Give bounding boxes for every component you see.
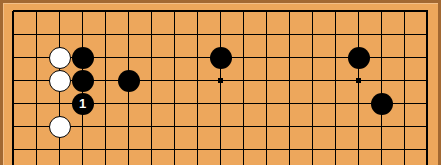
- grid-line-v: [105, 23, 106, 46]
- grid-line-v: [289, 138, 290, 161]
- board-intersection[interactable]: [117, 46, 140, 69]
- grid-line-v: [105, 115, 106, 138]
- board-intersection[interactable]: [48, 23, 71, 46]
- grid-line-v: [289, 23, 290, 46]
- grid-line-v: [12, 92, 14, 115]
- grid-line-v: [220, 161, 221, 165]
- board-intersection[interactable]: [324, 115, 347, 138]
- board-intersection[interactable]: [48, 69, 71, 92]
- board-intersection[interactable]: [278, 69, 301, 92]
- board-intersection[interactable]: [117, 161, 140, 165]
- board-intersection[interactable]: [232, 46, 255, 69]
- grid-line-h: [13, 103, 25, 104]
- grid-line-v: [266, 115, 267, 138]
- grid-line-v: [105, 11, 106, 23]
- board-intersection[interactable]: [301, 161, 324, 165]
- grid-line-v: [266, 161, 267, 165]
- grid-line-v: [151, 115, 152, 138]
- board-intersection[interactable]: [25, 138, 48, 161]
- go-board-diagram: 1: [0, 0, 441, 165]
- grid-line-v: [358, 92, 359, 115]
- grid-line-v: [404, 92, 405, 115]
- grid-line-v: [197, 69, 198, 92]
- board-intersection[interactable]: [393, 23, 416, 46]
- board-intersection[interactable]: [255, 161, 278, 165]
- grid-line-v: [381, 23, 382, 46]
- board-intersection[interactable]: [94, 138, 117, 161]
- grid-line-v: [335, 92, 336, 115]
- grid-line-v: [82, 115, 83, 138]
- board-intersection[interactable]: [71, 161, 94, 165]
- grid-line-v: [426, 69, 428, 92]
- board-intersection[interactable]: [117, 0, 140, 23]
- grid-line-v: [426, 161, 428, 165]
- grid-line-h: [13, 10, 25, 12]
- grid-line-v: [59, 161, 60, 165]
- black-stone: [72, 47, 94, 69]
- board-intersection[interactable]: [278, 46, 301, 69]
- grid-line-v: [220, 138, 221, 161]
- board-intersection[interactable]: [416, 0, 439, 23]
- board-intersection[interactable]: [416, 115, 439, 138]
- grid-line-v: [59, 23, 60, 46]
- grid-line-v: [59, 138, 60, 161]
- board-intersection[interactable]: [48, 0, 71, 23]
- board-intersection[interactable]: [209, 161, 232, 165]
- board-intersection[interactable]: [370, 138, 393, 161]
- board-intersection[interactable]: [301, 92, 324, 115]
- board-intersection[interactable]: [278, 138, 301, 161]
- board-intersection[interactable]: [140, 46, 163, 69]
- grid-line-v: [312, 23, 313, 46]
- grid-line-v: [36, 161, 37, 165]
- grid-line-v: [36, 115, 37, 138]
- board-intersection[interactable]: [393, 115, 416, 138]
- board-intersection[interactable]: [209, 0, 232, 23]
- grid-line-v: [105, 161, 106, 165]
- board-intersection[interactable]: [324, 69, 347, 92]
- board-intersection[interactable]: [186, 92, 209, 115]
- board-intersection[interactable]: [186, 115, 209, 138]
- grid-line-v: [335, 138, 336, 161]
- board-intersection[interactable]: [117, 69, 140, 92]
- grid-line-v: [381, 69, 382, 92]
- grid-line-v: [12, 23, 14, 46]
- board-intersection[interactable]: [232, 69, 255, 92]
- grid-line-v: [174, 92, 175, 115]
- board-intersection[interactable]: [416, 92, 439, 115]
- board-intersection[interactable]: [255, 0, 278, 23]
- board-intersection[interactable]: [370, 161, 393, 165]
- grid-line-v: [312, 138, 313, 161]
- grid-line-v: [404, 11, 405, 23]
- grid-line-v: [12, 138, 14, 161]
- grid-line-v: [266, 138, 267, 161]
- white-stone: [49, 70, 71, 92]
- grid-line-v: [174, 161, 175, 165]
- grid-line-v: [197, 161, 198, 165]
- board-intersection[interactable]: [186, 161, 209, 165]
- board-intersection[interactable]: [140, 138, 163, 161]
- black-stone: [210, 47, 232, 69]
- grid-line-v: [105, 46, 106, 69]
- board-intersection[interactable]: [2, 92, 25, 115]
- grid-line-v: [36, 92, 37, 115]
- grid-line-v: [381, 11, 382, 23]
- grid-line-v: [335, 161, 336, 165]
- board-intersection[interactable]: [140, 161, 163, 165]
- grid-line-v: [381, 161, 382, 165]
- board-intersection[interactable]: [393, 69, 416, 92]
- grid-line-v: [266, 23, 267, 46]
- grid-line-h: [13, 126, 25, 127]
- grid-line-v: [128, 23, 129, 46]
- grid-line-v: [59, 11, 60, 23]
- grid-line-v: [12, 46, 14, 69]
- board-intersection[interactable]: [301, 46, 324, 69]
- board-intersection[interactable]: [324, 138, 347, 161]
- board-intersection[interactable]: [25, 69, 48, 92]
- board-intersection[interactable]: [278, 92, 301, 115]
- board-intersection[interactable]: [347, 69, 370, 92]
- grid-line-v: [36, 138, 37, 161]
- board-intersection[interactable]: [370, 115, 393, 138]
- board-intersection[interactable]: [94, 0, 117, 23]
- board-intersection[interactable]: [140, 0, 163, 23]
- board-intersection[interactable]: [94, 115, 117, 138]
- move-number-label: 1: [79, 97, 86, 110]
- grid-line-v: [151, 23, 152, 46]
- board-intersection[interactable]: [393, 0, 416, 23]
- grid-line-v: [128, 115, 129, 138]
- grid-line-v: [151, 138, 152, 161]
- board-intersection[interactable]: [117, 23, 140, 46]
- grid-line-v: [312, 115, 313, 138]
- board-intersection[interactable]: [117, 115, 140, 138]
- grid-line-v: [174, 69, 175, 92]
- grid-line-v: [289, 115, 290, 138]
- board-intersection[interactable]: [324, 23, 347, 46]
- grid-line-v: [335, 11, 336, 23]
- grid-line-v: [220, 115, 221, 138]
- board-intersection[interactable]: [25, 46, 48, 69]
- board-intersection[interactable]: [347, 23, 370, 46]
- grid-line-v: [243, 138, 244, 161]
- black-stone-move-1: 1: [72, 93, 94, 115]
- grid-line-v: [335, 69, 336, 92]
- board-intersection[interactable]: [347, 46, 370, 69]
- board-intersection[interactable]: [347, 92, 370, 115]
- black-stone: [118, 70, 140, 92]
- board-intersection[interactable]: [140, 23, 163, 46]
- board-intersection[interactable]: [370, 23, 393, 46]
- board-intersection[interactable]: [301, 0, 324, 23]
- board-intersection[interactable]: [163, 92, 186, 115]
- board-intersection[interactable]: [347, 161, 370, 165]
- grid-line-v: [197, 115, 198, 138]
- board-intersection[interactable]: [278, 161, 301, 165]
- grid-line-v: [220, 11, 221, 23]
- board-intersection[interactable]: [255, 115, 278, 138]
- board-intersection[interactable]: [163, 69, 186, 92]
- board-intersection[interactable]: [255, 138, 278, 161]
- board-intersection[interactable]: [347, 115, 370, 138]
- board-intersection[interactable]: [163, 0, 186, 23]
- board-intersection[interactable]: [94, 92, 117, 115]
- grid-line-v: [36, 11, 37, 23]
- board-intersection[interactable]: [393, 161, 416, 165]
- grid-line-v: [335, 46, 336, 69]
- board-intersection[interactable]: [140, 69, 163, 92]
- board-intersection[interactable]: [2, 0, 25, 23]
- white-stone: [49, 116, 71, 138]
- board-intersection[interactable]: [163, 23, 186, 46]
- board-intersection[interactable]: [25, 0, 48, 23]
- board-intersection[interactable]: [324, 161, 347, 165]
- board-intersection[interactable]: [370, 92, 393, 115]
- board-intersection[interactable]: [25, 161, 48, 165]
- board-intersection[interactable]: [209, 138, 232, 161]
- board-intersection[interactable]: [94, 46, 117, 69]
- board-intersection[interactable]: [370, 46, 393, 69]
- board-intersection[interactable]: [186, 0, 209, 23]
- grid-line-v: [358, 161, 359, 165]
- board-intersection[interactable]: [2, 138, 25, 161]
- grid-line-v: [82, 11, 83, 23]
- grid-line-v: [426, 11, 428, 23]
- board-intersection[interactable]: [163, 161, 186, 165]
- board-intersection[interactable]: [209, 92, 232, 115]
- board-intersection[interactable]: [301, 115, 324, 138]
- board-intersection[interactable]: [416, 46, 439, 69]
- grid-line-v: [12, 11, 14, 23]
- grid-line-v: [404, 23, 405, 46]
- grid-line-v: [266, 92, 267, 115]
- star-point: [218, 78, 223, 83]
- grid-line-v: [197, 92, 198, 115]
- grid-line-v: [197, 23, 198, 46]
- grid-line-v: [12, 115, 14, 138]
- board-intersection[interactable]: [255, 46, 278, 69]
- board-intersection[interactable]: [140, 115, 163, 138]
- board-intersection[interactable]: [416, 23, 439, 46]
- grid-line-v: [404, 46, 405, 69]
- board-intersection[interactable]: 1: [71, 92, 94, 115]
- board-intersection[interactable]: [71, 23, 94, 46]
- board-intersection[interactable]: [301, 69, 324, 92]
- grid-line-v: [312, 11, 313, 23]
- grid-line-v: [220, 92, 221, 115]
- board-intersection[interactable]: [416, 161, 439, 165]
- grid-line-v: [289, 161, 290, 165]
- grid-line-v: [151, 69, 152, 92]
- board-intersection[interactable]: [232, 0, 255, 23]
- board-intersection[interactable]: [94, 69, 117, 92]
- grid-line-v: [151, 161, 152, 165]
- grid-line-v: [289, 11, 290, 23]
- board-intersection[interactable]: [393, 92, 416, 115]
- grid-line-v: [174, 115, 175, 138]
- grid-line-v: [381, 138, 382, 161]
- board-intersection[interactable]: [324, 0, 347, 23]
- grid-line-v: [266, 11, 267, 23]
- board-intersection[interactable]: [370, 69, 393, 92]
- board-intersection[interactable]: [94, 23, 117, 46]
- grid-line-v: [358, 11, 359, 23]
- board-intersection[interactable]: [71, 138, 94, 161]
- board-intersection[interactable]: [48, 161, 71, 165]
- grid-line-v: [36, 69, 37, 92]
- grid-line-v: [404, 69, 405, 92]
- board-intersection[interactable]: [2, 69, 25, 92]
- grid-line-h: [13, 34, 25, 35]
- board-intersection[interactable]: [163, 138, 186, 161]
- board-intersection[interactable]: [186, 138, 209, 161]
- board-intersection[interactable]: [2, 46, 25, 69]
- grid-line-v: [243, 46, 244, 69]
- grid-line-v: [220, 23, 221, 46]
- board-intersection[interactable]: [232, 115, 255, 138]
- board-intersection[interactable]: [48, 46, 71, 69]
- grid-line-v: [381, 46, 382, 69]
- grid-line-v: [12, 161, 14, 165]
- board-intersection[interactable]: [117, 138, 140, 161]
- board-intersection[interactable]: [232, 138, 255, 161]
- board-intersection[interactable]: [48, 115, 71, 138]
- grid-line-v: [174, 11, 175, 23]
- board-intersection[interactable]: [278, 23, 301, 46]
- board-intersection[interactable]: [232, 23, 255, 46]
- board-intersection[interactable]: [347, 0, 370, 23]
- board-intersection[interactable]: [48, 138, 71, 161]
- grid-line-v: [105, 92, 106, 115]
- board-intersection[interactable]: [209, 23, 232, 46]
- grid-line-v: [335, 115, 336, 138]
- grid-line-v: [312, 46, 313, 69]
- board-intersection[interactable]: [2, 161, 25, 165]
- grid-line-v: [289, 92, 290, 115]
- grid-line-v: [266, 46, 267, 69]
- board-intersection[interactable]: [186, 46, 209, 69]
- board-intersection[interactable]: [393, 138, 416, 161]
- grid-line-v: [151, 11, 152, 23]
- board-intersection[interactable]: [2, 23, 25, 46]
- board-intersection[interactable]: [2, 115, 25, 138]
- board-intersection[interactable]: [140, 92, 163, 115]
- grid-line-v: [105, 138, 106, 161]
- board-intersection[interactable]: [25, 115, 48, 138]
- board-intersection[interactable]: [255, 69, 278, 92]
- grid-line-v: [243, 115, 244, 138]
- grid-line-v: [335, 23, 336, 46]
- board-intersection[interactable]: [278, 115, 301, 138]
- grid-line-v: [358, 115, 359, 138]
- board-intersection[interactable]: [416, 69, 439, 92]
- grid-line-v: [151, 46, 152, 69]
- board-intersection[interactable]: [255, 92, 278, 115]
- board-intersection[interactable]: [186, 23, 209, 46]
- grid-line-v: [312, 161, 313, 165]
- board-intersection[interactable]: [393, 46, 416, 69]
- grid-line-v: [381, 115, 382, 138]
- black-stone: [72, 70, 94, 92]
- board-intersection[interactable]: [301, 138, 324, 161]
- board-intersection[interactable]: [117, 92, 140, 115]
- grid-line-v: [174, 138, 175, 161]
- board-intersection[interactable]: [48, 92, 71, 115]
- star-point: [356, 78, 361, 83]
- board-intersection[interactable]: [25, 92, 48, 115]
- grid-line-v: [358, 138, 359, 161]
- board-grid: 1: [2, 0, 439, 165]
- grid-line-v: [312, 92, 313, 115]
- grid-line-v: [243, 92, 244, 115]
- grid-line-v: [358, 23, 359, 46]
- board-intersection[interactable]: [71, 69, 94, 92]
- grid-line-v: [36, 23, 37, 46]
- black-stone: [371, 93, 393, 115]
- grid-line-v: [197, 11, 198, 23]
- grid-line-v: [289, 46, 290, 69]
- grid-line-v: [82, 138, 83, 161]
- grid-line-v: [289, 69, 290, 92]
- grid-line-h: [13, 149, 25, 150]
- board-intersection[interactable]: [209, 46, 232, 69]
- board-intersection[interactable]: [324, 92, 347, 115]
- board-intersection[interactable]: [163, 46, 186, 69]
- grid-line-v: [243, 161, 244, 165]
- grid-line-v: [243, 11, 244, 23]
- grid-line-v: [59, 92, 60, 115]
- board-intersection[interactable]: [255, 23, 278, 46]
- grid-line-v: [312, 69, 313, 92]
- board-intersection[interactable]: [416, 138, 439, 161]
- board-intersection[interactable]: [71, 46, 94, 69]
- board-intersection[interactable]: [25, 23, 48, 46]
- board-intersection[interactable]: [209, 115, 232, 138]
- grid-line-v: [404, 161, 405, 165]
- grid-line-v: [128, 11, 129, 23]
- board-intersection[interactable]: [186, 69, 209, 92]
- white-stone: [49, 47, 71, 69]
- grid-line-v: [426, 92, 428, 115]
- board-intersection[interactable]: [232, 161, 255, 165]
- board-intersection[interactable]: [324, 46, 347, 69]
- board-intersection[interactable]: [301, 23, 324, 46]
- board-intersection[interactable]: [71, 115, 94, 138]
- grid-line-v: [174, 46, 175, 69]
- grid-line-v: [128, 138, 129, 161]
- board-intersection[interactable]: [370, 0, 393, 23]
- board-intersection[interactable]: [232, 92, 255, 115]
- grid-line-v: [151, 92, 152, 115]
- grid-line-v: [426, 138, 428, 161]
- board-intersection[interactable]: [278, 0, 301, 23]
- grid-line-h: [13, 57, 25, 58]
- board-intersection[interactable]: [209, 69, 232, 92]
- board-intersection[interactable]: [94, 161, 117, 165]
- grid-line-v: [105, 69, 106, 92]
- board-intersection[interactable]: [163, 115, 186, 138]
- board-intersection[interactable]: [71, 0, 94, 23]
- grid-line-h: [13, 80, 25, 81]
- grid-line-v: [266, 69, 267, 92]
- grid-line-v: [197, 46, 198, 69]
- grid-line-v: [426, 115, 428, 138]
- grid-line-v: [426, 23, 428, 46]
- grid-line-v: [174, 23, 175, 46]
- board-intersection[interactable]: [347, 138, 370, 161]
